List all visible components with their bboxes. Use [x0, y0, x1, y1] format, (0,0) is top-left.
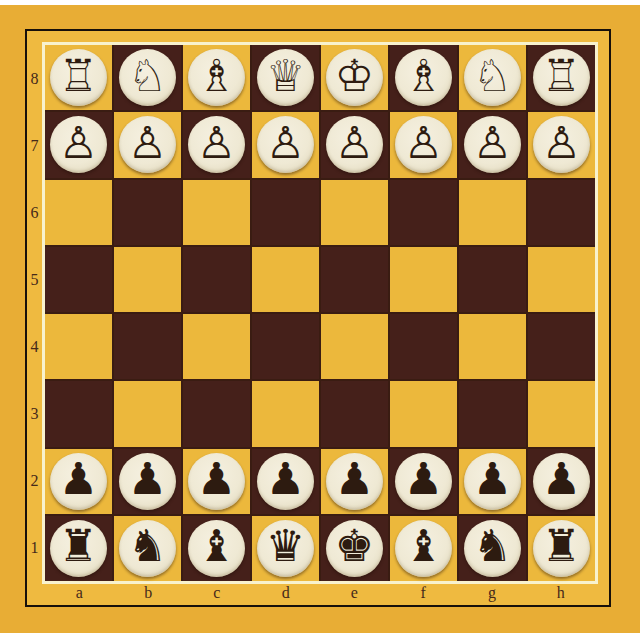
piece-white-rook[interactable]: ♖: [50, 49, 107, 106]
square-d8[interactable]: ♕: [252, 45, 319, 110]
square-a7[interactable]: ♙: [45, 112, 112, 177]
square-e6[interactable]: [321, 180, 388, 245]
piece-glyph: ♟: [542, 457, 581, 501]
square-g5[interactable]: [459, 247, 526, 312]
piece-glyph: ♙: [266, 121, 305, 165]
square-f7[interactable]: ♙: [390, 112, 457, 177]
square-d4[interactable]: [252, 314, 319, 379]
piece-glyph: ♖: [542, 54, 581, 98]
rank-labels: 87654321: [27, 45, 42, 581]
square-g8[interactable]: ♘: [459, 45, 526, 110]
chess-board: ♖♘♗♕♔♗♘♖♙♙♙♙♙♙♙♙♟♟♟♟♟♟♟♟♜♞♝♛♚♝♞♜: [45, 45, 595, 581]
file-label-c: c: [183, 582, 252, 604]
file-label-f: f: [389, 582, 458, 604]
piece-glyph: ♞: [128, 524, 167, 568]
piece-glyph: ♟: [404, 457, 443, 501]
square-f5[interactable]: [390, 247, 457, 312]
piece-glyph: ♗: [197, 54, 236, 98]
square-h5[interactable]: [528, 247, 595, 312]
square-a8[interactable]: ♖: [45, 45, 112, 110]
square-a2[interactable]: ♟: [45, 449, 112, 514]
square-h1[interactable]: ♜: [528, 516, 595, 581]
piece-glyph: ♙: [473, 121, 512, 165]
square-b2[interactable]: ♟: [114, 449, 181, 514]
square-c5[interactable]: [183, 247, 250, 312]
square-a1[interactable]: ♜: [45, 516, 112, 581]
piece-glyph: ♟: [335, 457, 374, 501]
piece-glyph: ♜: [59, 524, 98, 568]
square-e8[interactable]: ♔: [321, 45, 388, 110]
square-g4[interactable]: [459, 314, 526, 379]
piece-glyph: ♙: [542, 121, 581, 165]
square-e2[interactable]: ♟: [321, 449, 388, 514]
piece-black-pawn[interactable]: ♟: [326, 453, 383, 510]
square-c2[interactable]: ♟: [183, 449, 250, 514]
square-c1[interactable]: ♝: [183, 516, 250, 581]
square-e3[interactable]: [321, 381, 388, 446]
piece-glyph: ♟: [473, 457, 512, 501]
piece-glyph: ♘: [473, 54, 512, 98]
piece-glyph: ♟: [128, 457, 167, 501]
piece-glyph: ♙: [197, 121, 236, 165]
square-b6[interactable]: [114, 180, 181, 245]
piece-white-pawn[interactable]: ♙: [50, 116, 107, 173]
piece-glyph: ♝: [404, 524, 443, 568]
piece-black-king[interactable]: ♚: [326, 520, 383, 577]
square-h8[interactable]: ♖: [528, 45, 595, 110]
file-label-e: e: [320, 582, 389, 604]
file-label-d: d: [251, 582, 320, 604]
piece-black-pawn[interactable]: ♟: [119, 453, 176, 510]
square-d5[interactable]: [252, 247, 319, 312]
file-label-a: a: [45, 582, 114, 604]
piece-black-knight[interactable]: ♞: [119, 520, 176, 577]
square-e7[interactable]: ♙: [321, 112, 388, 177]
square-a5[interactable]: [45, 247, 112, 312]
piece-glyph: ♞: [473, 524, 512, 568]
square-c6[interactable]: [183, 180, 250, 245]
piece-glyph: ♟: [197, 457, 236, 501]
piece-black-pawn[interactable]: ♟: [50, 453, 107, 510]
square-g3[interactable]: [459, 381, 526, 446]
piece-black-bishop[interactable]: ♝: [188, 520, 245, 577]
square-b1[interactable]: ♞: [114, 516, 181, 581]
piece-white-pawn[interactable]: ♙: [395, 116, 452, 173]
piece-white-knight[interactable]: ♘: [119, 49, 176, 106]
square-e1[interactable]: ♚: [321, 516, 388, 581]
piece-white-king[interactable]: ♔: [326, 49, 383, 106]
square-g6[interactable]: [459, 180, 526, 245]
piece-black-pawn[interactable]: ♟: [533, 453, 590, 510]
square-b3[interactable]: [114, 381, 181, 446]
piece-glyph: ♜: [542, 524, 581, 568]
square-d1[interactable]: ♛: [252, 516, 319, 581]
square-h4[interactable]: [528, 314, 595, 379]
piece-black-pawn[interactable]: ♟: [464, 453, 521, 510]
piece-glyph: ♟: [266, 457, 305, 501]
piece-glyph: ♘: [128, 54, 167, 98]
piece-white-rook[interactable]: ♖: [533, 49, 590, 106]
rank-label-7: 7: [27, 112, 42, 179]
piece-glyph: ♔: [335, 54, 374, 98]
piece-glyph: ♙: [404, 121, 443, 165]
piece-white-pawn[interactable]: ♙: [464, 116, 521, 173]
square-h3[interactable]: [528, 381, 595, 446]
piece-white-bishop[interactable]: ♗: [188, 49, 245, 106]
piece-white-knight[interactable]: ♘: [464, 49, 521, 106]
square-b5[interactable]: [114, 247, 181, 312]
square-b4[interactable]: [114, 314, 181, 379]
piece-glyph: ♚: [335, 524, 374, 568]
rank-label-1: 1: [27, 514, 42, 581]
rank-label-2: 2: [27, 447, 42, 514]
file-label-b: b: [114, 582, 183, 604]
square-a3[interactable]: [45, 381, 112, 446]
piece-black-pawn[interactable]: ♟: [188, 453, 245, 510]
square-c4[interactable]: [183, 314, 250, 379]
square-e4[interactable]: [321, 314, 388, 379]
file-label-h: h: [526, 582, 595, 604]
square-d2[interactable]: ♟: [252, 449, 319, 514]
square-f4[interactable]: [390, 314, 457, 379]
piece-glyph: ♟: [59, 457, 98, 501]
square-f6[interactable]: [390, 180, 457, 245]
piece-glyph: ♙: [59, 121, 98, 165]
square-g7[interactable]: ♙: [459, 112, 526, 177]
piece-black-queen[interactable]: ♛: [257, 520, 314, 577]
piece-black-rook[interactable]: ♜: [533, 520, 590, 577]
square-b7[interactable]: ♙: [114, 112, 181, 177]
square-h6[interactable]: [528, 180, 595, 245]
piece-glyph: ♕: [266, 54, 305, 98]
piece-white-pawn[interactable]: ♙: [119, 116, 176, 173]
piece-black-rook[interactable]: ♜: [50, 520, 107, 577]
rank-label-6: 6: [27, 179, 42, 246]
square-d6[interactable]: [252, 180, 319, 245]
square-f2[interactable]: ♟: [390, 449, 457, 514]
square-h7[interactable]: ♙: [528, 112, 595, 177]
square-c8[interactable]: ♗: [183, 45, 250, 110]
square-g2[interactable]: ♟: [459, 449, 526, 514]
square-d3[interactable]: [252, 381, 319, 446]
piece-white-bishop[interactable]: ♗: [395, 49, 452, 106]
rank-label-4: 4: [27, 313, 42, 380]
file-label-g: g: [458, 582, 527, 604]
piece-glyph: ♖: [59, 54, 98, 98]
piece-black-knight[interactable]: ♞: [464, 520, 521, 577]
piece-glyph: ♙: [128, 121, 167, 165]
square-b8[interactable]: ♘: [114, 45, 181, 110]
file-labels: abcdefgh: [45, 582, 595, 604]
square-d7[interactable]: ♙: [252, 112, 319, 177]
square-f8[interactable]: ♗: [390, 45, 457, 110]
piece-white-pawn[interactable]: ♙: [326, 116, 383, 173]
square-c3[interactable]: [183, 381, 250, 446]
square-g1[interactable]: ♞: [459, 516, 526, 581]
rank-label-3: 3: [27, 380, 42, 447]
piece-white-pawn[interactable]: ♙: [188, 116, 245, 173]
square-f1[interactable]: ♝: [390, 516, 457, 581]
square-f3[interactable]: [390, 381, 457, 446]
piece-black-pawn[interactable]: ♟: [395, 453, 452, 510]
square-a4[interactable]: [45, 314, 112, 379]
piece-white-pawn[interactable]: ♙: [257, 116, 314, 173]
rank-label-5: 5: [27, 246, 42, 313]
piece-black-bishop[interactable]: ♝: [395, 520, 452, 577]
piece-glyph: ♙: [335, 121, 374, 165]
piece-glyph: ♛: [266, 524, 305, 568]
square-c7[interactable]: ♙: [183, 112, 250, 177]
piece-glyph: ♝: [197, 524, 236, 568]
square-h2[interactable]: ♟: [528, 449, 595, 514]
piece-white-pawn[interactable]: ♙: [533, 116, 590, 173]
rank-label-8: 8: [27, 45, 42, 112]
piece-black-pawn[interactable]: ♟: [257, 453, 314, 510]
piece-white-queen[interactable]: ♕: [257, 49, 314, 106]
piece-glyph: ♗: [404, 54, 443, 98]
square-a6[interactable]: [45, 180, 112, 245]
square-e5[interactable]: [321, 247, 388, 312]
